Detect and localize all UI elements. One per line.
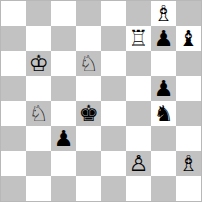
square-g3[interactable] bbox=[151, 126, 176, 151]
piece-white-king[interactable]: ♔ bbox=[29, 51, 49, 76]
square-f6[interactable] bbox=[126, 51, 151, 76]
square-e6[interactable] bbox=[101, 51, 126, 76]
square-f8[interactable] bbox=[126, 1, 151, 26]
square-f3[interactable] bbox=[126, 126, 151, 151]
square-g5[interactable]: ♟ bbox=[151, 76, 176, 101]
square-c1[interactable] bbox=[51, 176, 76, 201]
square-c6[interactable] bbox=[51, 51, 76, 76]
square-g4[interactable]: ♞ bbox=[151, 101, 176, 126]
square-h6[interactable] bbox=[176, 51, 201, 76]
square-g2[interactable] bbox=[151, 151, 176, 176]
piece-white-knight[interactable]: ♘ bbox=[29, 101, 49, 126]
square-e5[interactable] bbox=[101, 76, 126, 101]
square-f5[interactable] bbox=[126, 76, 151, 101]
square-h5[interactable] bbox=[176, 76, 201, 101]
square-a8[interactable] bbox=[1, 1, 26, 26]
square-a6[interactable] bbox=[1, 51, 26, 76]
square-h4[interactable] bbox=[176, 101, 201, 126]
piece-black-knight[interactable]: ♞ bbox=[154, 101, 174, 126]
square-d2[interactable] bbox=[76, 151, 101, 176]
square-b7[interactable] bbox=[26, 26, 51, 51]
square-d1[interactable] bbox=[76, 176, 101, 201]
square-c3[interactable]: ♟ bbox=[51, 126, 76, 151]
piece-black-bishop[interactable]: ♝ bbox=[179, 26, 199, 51]
square-b4[interactable]: ♘ bbox=[26, 101, 51, 126]
square-c4[interactable] bbox=[51, 101, 76, 126]
square-f2[interactable]: ♙ bbox=[126, 151, 151, 176]
square-b1[interactable] bbox=[26, 176, 51, 201]
square-h2[interactable]: ♗ bbox=[176, 151, 201, 176]
square-f4[interactable] bbox=[126, 101, 151, 126]
square-d7[interactable] bbox=[76, 26, 101, 51]
square-a1[interactable] bbox=[1, 176, 26, 201]
square-e4[interactable] bbox=[101, 101, 126, 126]
square-g6[interactable] bbox=[151, 51, 176, 76]
square-e7[interactable] bbox=[101, 26, 126, 51]
square-g8[interactable]: ♗ bbox=[151, 1, 176, 26]
square-d3[interactable] bbox=[76, 126, 101, 151]
piece-white-rook[interactable]: ♖ bbox=[129, 26, 149, 51]
square-e8[interactable] bbox=[101, 1, 126, 26]
square-c5[interactable] bbox=[51, 76, 76, 101]
square-d4[interactable]: ♚ bbox=[76, 101, 101, 126]
piece-black-pawn[interactable]: ♟ bbox=[154, 76, 174, 101]
square-h8[interactable] bbox=[176, 1, 201, 26]
square-f1[interactable] bbox=[126, 176, 151, 201]
square-h1[interactable] bbox=[176, 176, 201, 201]
square-b6[interactable]: ♔ bbox=[26, 51, 51, 76]
chess-board: ♗♖♟♝♔♘♟♘♚♞♟♙♗ bbox=[0, 0, 202, 202]
square-f7[interactable]: ♖ bbox=[126, 26, 151, 51]
square-b5[interactable] bbox=[26, 76, 51, 101]
square-c7[interactable] bbox=[51, 26, 76, 51]
square-b2[interactable] bbox=[26, 151, 51, 176]
square-a5[interactable] bbox=[1, 76, 26, 101]
square-e3[interactable] bbox=[101, 126, 126, 151]
piece-black-king[interactable]: ♚ bbox=[79, 101, 99, 126]
square-c2[interactable] bbox=[51, 151, 76, 176]
piece-white-bishop[interactable]: ♗ bbox=[154, 1, 174, 26]
piece-black-pawn[interactable]: ♟ bbox=[154, 26, 174, 51]
piece-white-knight[interactable]: ♘ bbox=[79, 51, 99, 76]
square-a4[interactable] bbox=[1, 101, 26, 126]
square-d6[interactable]: ♘ bbox=[76, 51, 101, 76]
square-d8[interactable] bbox=[76, 1, 101, 26]
square-e2[interactable] bbox=[101, 151, 126, 176]
piece-black-pawn[interactable]: ♟ bbox=[54, 126, 74, 151]
piece-white-pawn[interactable]: ♙ bbox=[129, 151, 149, 176]
square-h3[interactable] bbox=[176, 126, 201, 151]
square-a7[interactable] bbox=[1, 26, 26, 51]
square-a3[interactable] bbox=[1, 126, 26, 151]
square-h7[interactable]: ♝ bbox=[176, 26, 201, 51]
square-b8[interactable] bbox=[26, 1, 51, 26]
piece-white-bishop[interactable]: ♗ bbox=[179, 151, 199, 176]
square-g7[interactable]: ♟ bbox=[151, 26, 176, 51]
square-a2[interactable] bbox=[1, 151, 26, 176]
square-c8[interactable] bbox=[51, 1, 76, 26]
square-d5[interactable] bbox=[76, 76, 101, 101]
square-e1[interactable] bbox=[101, 176, 126, 201]
square-b3[interactable] bbox=[26, 126, 51, 151]
square-g1[interactable] bbox=[151, 176, 176, 201]
